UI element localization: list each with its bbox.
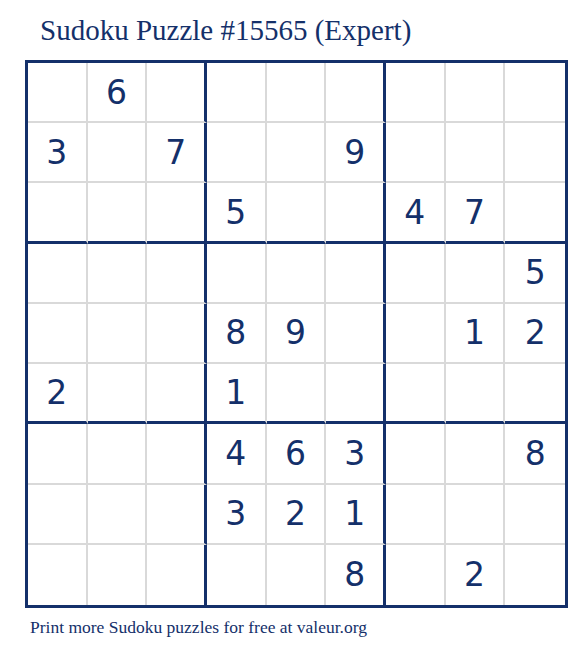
cell-r3c5 xyxy=(267,183,327,243)
cell-r8c5: 2 xyxy=(267,485,327,545)
footer-note: Print more Sudoku puzzles for free at va… xyxy=(30,617,367,638)
cell-r4c9: 5 xyxy=(505,244,565,304)
cell-r5c1 xyxy=(28,304,88,364)
cell-r8c4: 3 xyxy=(207,485,267,545)
cell-r8c7 xyxy=(386,485,446,545)
cell-r7c7 xyxy=(386,424,446,484)
cell-r7c8 xyxy=(446,424,506,484)
cell-r8c9 xyxy=(505,485,565,545)
cell-r8c1 xyxy=(28,485,88,545)
cell-r1c1 xyxy=(28,63,88,123)
cell-r6c2 xyxy=(88,364,148,424)
cell-r8c8 xyxy=(446,485,506,545)
cell-r8c3 xyxy=(147,485,207,545)
cell-r3c3 xyxy=(147,183,207,243)
cell-r5c4: 8 xyxy=(207,304,267,364)
cell-r6c1: 2 xyxy=(28,364,88,424)
sudoku-board: 63795475891221463832182 xyxy=(25,60,568,608)
cell-r9c2 xyxy=(88,545,148,605)
cell-r3c6 xyxy=(326,183,386,243)
cell-r5c2 xyxy=(88,304,148,364)
cell-r1c8 xyxy=(446,63,506,123)
cell-r6c4: 1 xyxy=(207,364,267,424)
cell-r2c2 xyxy=(88,123,148,183)
cell-r6c3 xyxy=(147,364,207,424)
cell-r9c9 xyxy=(505,545,565,605)
cell-r9c1 xyxy=(28,545,88,605)
cell-r2c3: 7 xyxy=(147,123,207,183)
cell-r6c6 xyxy=(326,364,386,424)
cell-r3c2 xyxy=(88,183,148,243)
cell-r2c9 xyxy=(505,123,565,183)
cell-r2c1: 3 xyxy=(28,123,88,183)
cell-r4c3 xyxy=(147,244,207,304)
cell-r7c4: 4 xyxy=(207,424,267,484)
cell-r6c5 xyxy=(267,364,327,424)
cell-r2c5 xyxy=(267,123,327,183)
cell-r7c6: 3 xyxy=(326,424,386,484)
cell-r2c7 xyxy=(386,123,446,183)
cell-r3c9 xyxy=(505,183,565,243)
cell-r6c8 xyxy=(446,364,506,424)
cell-r7c3 xyxy=(147,424,207,484)
cell-r5c7 xyxy=(386,304,446,364)
cell-r2c6: 9 xyxy=(326,123,386,183)
cell-r4c6 xyxy=(326,244,386,304)
cell-r7c5: 6 xyxy=(267,424,327,484)
cell-r8c2 xyxy=(88,485,148,545)
cell-r1c4 xyxy=(207,63,267,123)
cell-r1c6 xyxy=(326,63,386,123)
page-title: Sudoku Puzzle #15565 (Expert) xyxy=(40,14,411,47)
cell-r4c4 xyxy=(207,244,267,304)
cell-r5c9: 2 xyxy=(505,304,565,364)
cell-r3c7: 4 xyxy=(386,183,446,243)
cell-r9c6: 8 xyxy=(326,545,386,605)
cell-r8c6: 1 xyxy=(326,485,386,545)
cell-r5c3 xyxy=(147,304,207,364)
cell-r6c7 xyxy=(386,364,446,424)
cell-r5c6 xyxy=(326,304,386,364)
cell-r9c8: 2 xyxy=(446,545,506,605)
cell-r5c5: 9 xyxy=(267,304,327,364)
cell-r1c9 xyxy=(505,63,565,123)
cell-r2c8 xyxy=(446,123,506,183)
cell-r1c3 xyxy=(147,63,207,123)
cell-r1c2: 6 xyxy=(88,63,148,123)
cell-r5c8: 1 xyxy=(446,304,506,364)
cell-r4c2 xyxy=(88,244,148,304)
cell-r4c5 xyxy=(267,244,327,304)
cell-r4c8 xyxy=(446,244,506,304)
cell-r4c7 xyxy=(386,244,446,304)
cell-r9c4 xyxy=(207,545,267,605)
cell-r9c3 xyxy=(147,545,207,605)
cell-r9c5 xyxy=(267,545,327,605)
cell-r1c7 xyxy=(386,63,446,123)
cell-r3c4: 5 xyxy=(207,183,267,243)
cell-r2c4 xyxy=(207,123,267,183)
cell-r7c9: 8 xyxy=(505,424,565,484)
cell-r6c9 xyxy=(505,364,565,424)
cell-r9c7 xyxy=(386,545,446,605)
cell-r7c2 xyxy=(88,424,148,484)
cell-r3c1 xyxy=(28,183,88,243)
cell-r4c1 xyxy=(28,244,88,304)
cell-r7c1 xyxy=(28,424,88,484)
cell-r3c8: 7 xyxy=(446,183,506,243)
cell-r1c5 xyxy=(267,63,327,123)
